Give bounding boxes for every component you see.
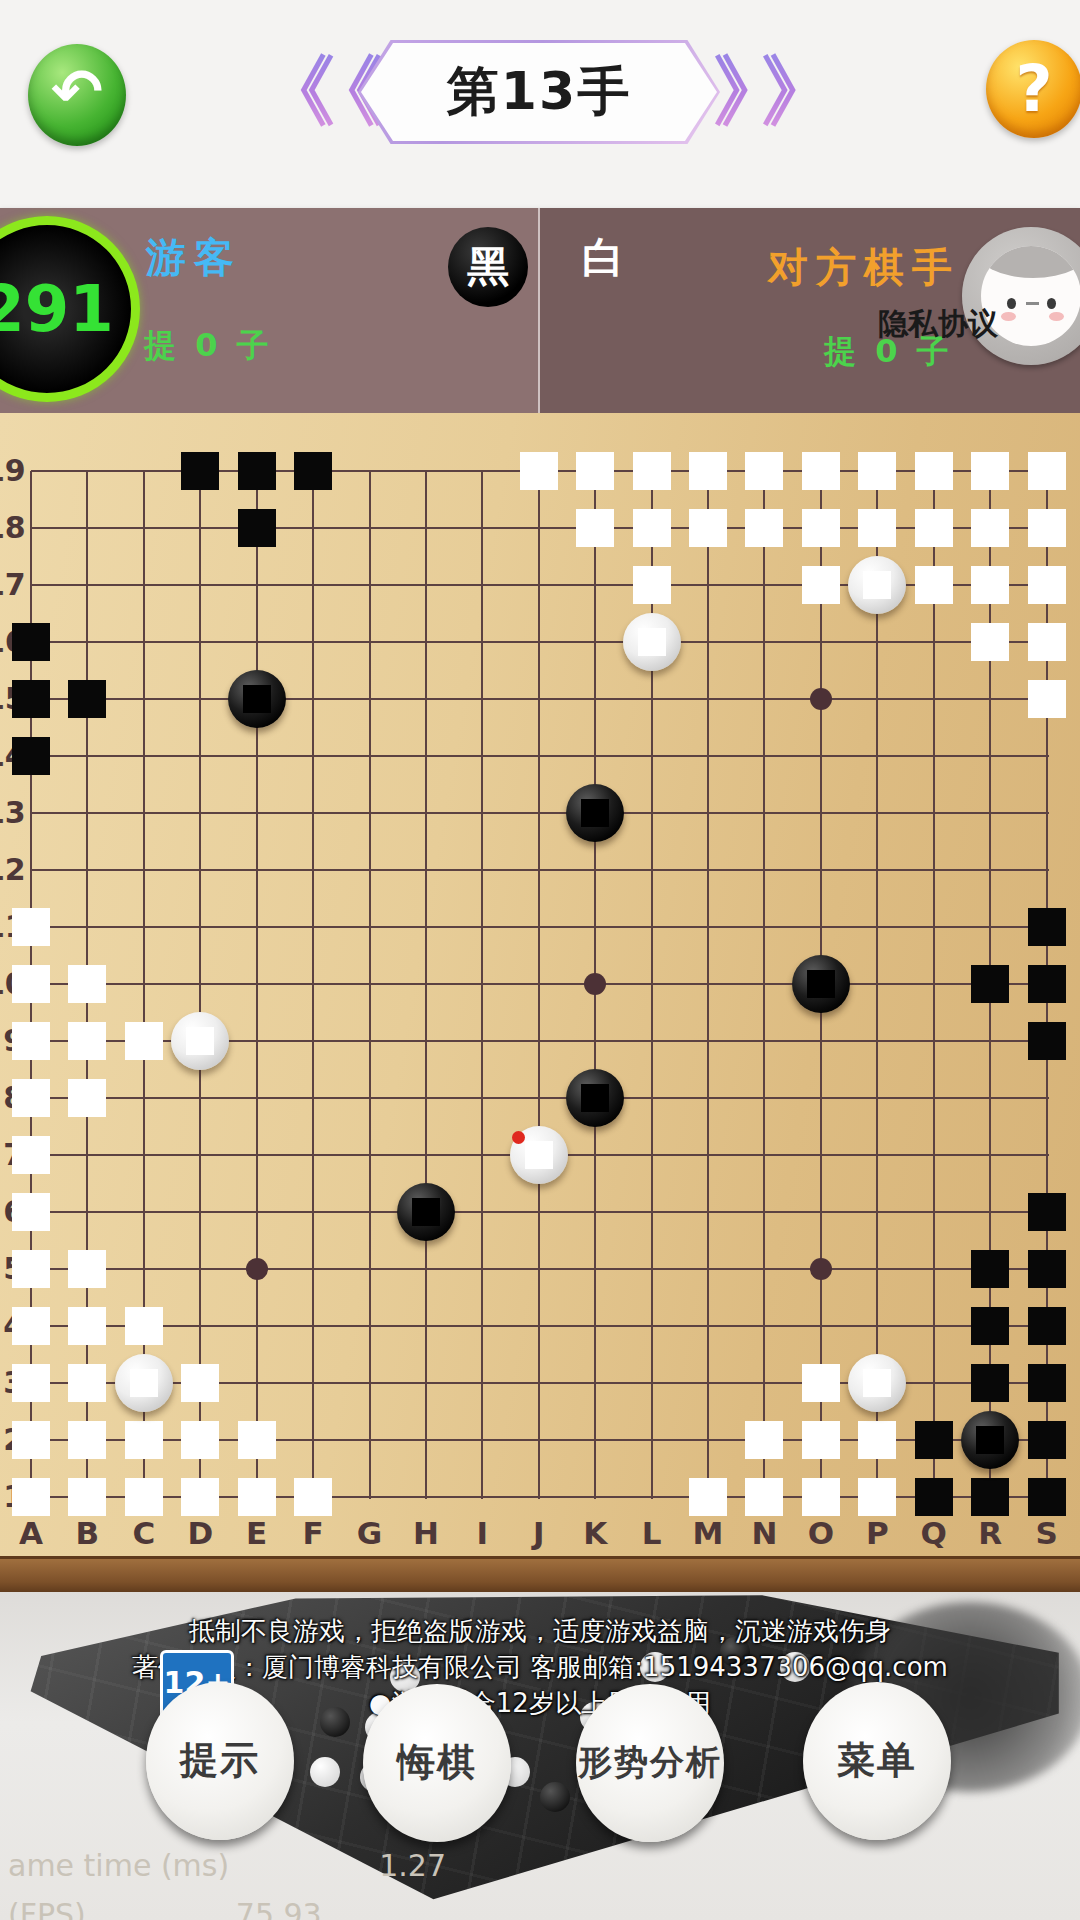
territory-mark-white (68, 1307, 106, 1345)
territory-mark-white (68, 1079, 106, 1117)
grid-line-vertical (707, 471, 709, 1499)
grid-line-horizontal (31, 812, 1049, 814)
column-coordinate-label: A (11, 1515, 51, 1551)
decorative-stone (540, 1782, 570, 1812)
last-move-marker (512, 1131, 525, 1144)
ownership-inset (525, 1141, 553, 1169)
star-point (584, 973, 606, 995)
black-badge-label: 黑 (467, 239, 509, 295)
territory-mark-white (915, 566, 953, 604)
grid-line-vertical (538, 471, 540, 1499)
territory-mark-white (1028, 452, 1066, 490)
territory-mark-white (971, 623, 1009, 661)
territory-mark-white (858, 1421, 896, 1459)
go-board[interactable]: 19181716151413121110987654321ABCDEFGHIJK… (0, 413, 1080, 1556)
territory-mark-white (1028, 623, 1066, 661)
territory-mark-white (12, 1364, 50, 1402)
territory-mark-black (915, 1421, 953, 1459)
debug-overlay: ame time (ms) 1.27 (FPS) 75.93 (8, 1848, 446, 1920)
avatar-eye (1007, 298, 1016, 309)
grid-line-vertical (256, 471, 258, 1499)
column-coordinate-label: M (688, 1515, 728, 1551)
row-coordinate-label: 13 (0, 798, 24, 828)
ownership-inset (581, 1084, 609, 1112)
star-point (810, 1258, 832, 1280)
hint-button[interactable]: 提示 (146, 1682, 294, 1840)
territory-mark-white (802, 452, 840, 490)
debug-value: 75.93 (236, 1897, 322, 1920)
title-plaque: 第13手 (358, 40, 720, 144)
column-coordinate-label: Q (914, 1515, 954, 1551)
help-button[interactable]: ? (986, 40, 1080, 138)
undo-button[interactable]: 悔棋 (363, 1684, 511, 1842)
column-coordinate-label: C (124, 1515, 164, 1551)
ownership-inset (807, 970, 835, 998)
grid-line-horizontal (31, 698, 1049, 700)
debug-label: (FPS) (8, 1897, 86, 1920)
territory-mark-white (802, 1364, 840, 1402)
territory-mark-black (915, 1478, 953, 1516)
ownership-inset (186, 1027, 214, 1055)
territory-mark-white (68, 965, 106, 1003)
page-title: 第13手 (447, 57, 631, 127)
territory-mark-white (576, 509, 614, 547)
ownership-inset (863, 1369, 891, 1397)
territory-mark-white (68, 1421, 106, 1459)
territory-mark-white (294, 1478, 332, 1516)
stone-white-L16 (623, 613, 681, 671)
column-coordinate-label: B (67, 1515, 107, 1551)
territory-mark-white (181, 1364, 219, 1402)
grid-line-horizontal (31, 1211, 1049, 1213)
territory-mark-white (68, 1022, 106, 1060)
stone-black-O10 (792, 955, 850, 1013)
stone-black-H6 (397, 1183, 455, 1241)
territory-mark-white (125, 1307, 163, 1345)
territory-mark-white (633, 566, 671, 604)
row-coordinate-label: 19 (0, 456, 24, 486)
territory-mark-black (1028, 1022, 1066, 1060)
territory-mark-white (1028, 566, 1066, 604)
grid-line-vertical (763, 471, 765, 1499)
territory-mark-white (858, 452, 896, 490)
menu-button-label: 菜单 (837, 1740, 917, 1782)
black-player-name: 游客 (146, 230, 242, 285)
territory-mark-white (12, 1136, 50, 1174)
territory-mark-white (971, 566, 1009, 604)
privacy-agreement-link[interactable]: 隐私协议 (878, 304, 998, 345)
grid-line-vertical (312, 471, 314, 1499)
territory-mark-white (633, 452, 671, 490)
header-bar: ↶ 《《 第13手 》》 ? (0, 0, 1080, 208)
hint-button-label: 提示 (180, 1740, 260, 1782)
title-plaque-face: 第13手 (361, 43, 717, 141)
territory-mark-white (12, 908, 50, 946)
table-edge (0, 1556, 1080, 1592)
territory-mark-white (12, 1079, 50, 1117)
avatar-mouth (1026, 302, 1039, 305)
black-timer: 291 (0, 216, 140, 402)
ownership-inset (130, 1369, 158, 1397)
territory-mark-white (12, 965, 50, 1003)
column-coordinate-label: J (519, 1515, 559, 1551)
column-coordinate-label: K (575, 1515, 615, 1551)
column-coordinate-label: D (180, 1515, 220, 1551)
territory-mark-white (858, 1478, 896, 1516)
debug-value: 1.27 (379, 1848, 446, 1883)
territory-mark-white (12, 1478, 50, 1516)
row-coordinate-label: 18 (0, 513, 24, 543)
white-color-label: 白 (582, 230, 624, 286)
territory-mark-white (745, 1478, 783, 1516)
stone-white-D9 (171, 1012, 229, 1070)
row-coordinate-label: 17 (0, 570, 24, 600)
undo-button-label: 悔棋 (397, 1742, 477, 1784)
question-mark-icon: ? (1015, 52, 1052, 126)
black-player-panel: 291 游客 提 0 子 黑 (0, 208, 540, 413)
decorative-stone (310, 1757, 340, 1787)
column-coordinate-label: R (970, 1515, 1010, 1551)
territory-mark-white (1028, 680, 1066, 718)
territory-mark-white (520, 452, 558, 490)
territory-mark-black (971, 965, 1009, 1003)
territory-mark-white (238, 1421, 276, 1459)
territory-mark-black (1028, 1421, 1066, 1459)
territory-mark-white (689, 1478, 727, 1516)
territory-mark-white (12, 1250, 50, 1288)
ownership-inset (243, 685, 271, 713)
avatar-eye (1047, 298, 1056, 309)
column-coordinate-label: S (1027, 1515, 1067, 1551)
ownership-inset (638, 628, 666, 656)
territory-mark-black (971, 1478, 1009, 1516)
column-coordinate-label: I (462, 1515, 502, 1551)
territory-mark-white (802, 509, 840, 547)
avatar-hood (981, 246, 1080, 278)
territory-mark-white (858, 509, 896, 547)
grid-line-vertical (369, 471, 371, 1499)
grid-line-vertical (933, 471, 935, 1499)
stone-white-C3 (115, 1354, 173, 1412)
stone-white-J7 (510, 1126, 568, 1184)
title-right-chevrons-icon: 》》 (712, 40, 838, 145)
territory-mark-black (1028, 1193, 1066, 1231)
row-coordinate-label: 12 (0, 855, 24, 885)
column-coordinate-label: H (406, 1515, 446, 1551)
territory-mark-white (915, 452, 953, 490)
grid-line-horizontal (31, 1268, 1049, 1270)
territory-mark-black (1028, 1478, 1066, 1516)
app-screen: ↶ 《《 第13手 》》 ? 291 游客 提 0 子 黑 白 对方 (0, 0, 1080, 1920)
territory-mark-black (181, 452, 219, 490)
territory-mark-black (12, 680, 50, 718)
grid-line-horizontal (31, 869, 1049, 871)
territory-mark-white (971, 509, 1009, 547)
stone-white-P3 (848, 1354, 906, 1412)
back-arrow-icon: ↶ (51, 55, 103, 128)
territory-mark-white (12, 1022, 50, 1060)
analysis-button[interactable]: 形势分析 (576, 1684, 724, 1842)
territory-mark-white (1028, 509, 1066, 547)
avatar-blush (1001, 312, 1016, 321)
territory-mark-white (802, 1478, 840, 1516)
avatar-blush (1049, 312, 1064, 321)
grid-line-horizontal (31, 983, 1049, 985)
grid-line-horizontal (31, 641, 1049, 643)
territory-mark-black (1028, 1364, 1066, 1402)
territory-mark-black (68, 680, 106, 718)
territory-mark-white (68, 1478, 106, 1516)
grid-line-vertical (199, 471, 201, 1499)
stone-white-P17 (848, 556, 906, 614)
grid-line-vertical (425, 471, 427, 1499)
territory-mark-white (915, 509, 953, 547)
territory-mark-black (971, 1250, 1009, 1288)
grid-line-vertical (481, 471, 483, 1499)
territory-mark-black (1028, 908, 1066, 946)
grid-line-horizontal (31, 926, 1049, 928)
territory-mark-white (238, 1478, 276, 1516)
territory-mark-white (576, 452, 614, 490)
column-coordinate-label: F (293, 1515, 333, 1551)
territory-mark-white (689, 509, 727, 547)
black-timer-value: 291 (0, 272, 114, 346)
grid-line-vertical (876, 471, 878, 1499)
territory-mark-white (125, 1421, 163, 1459)
territory-mark-white (12, 1421, 50, 1459)
stone-black-K13 (566, 784, 624, 842)
territory-mark-white (12, 1193, 50, 1231)
players-bar: 291 游客 提 0 子 黑 白 对方棋手 隐私协议 提 0 子 (0, 208, 1080, 413)
ownership-inset (976, 1426, 1004, 1454)
territory-mark-white (181, 1421, 219, 1459)
column-coordinate-label: E (237, 1515, 277, 1551)
column-coordinate-label: L (632, 1515, 672, 1551)
territory-mark-white (689, 452, 727, 490)
territory-mark-white (68, 1250, 106, 1288)
disclaimer-line: 抵制不良游戏，拒绝盗版游戏，适度游戏益脑，沉迷游戏伤身 (0, 1614, 1080, 1649)
column-coordinate-label: P (857, 1515, 897, 1551)
territory-mark-black (1028, 965, 1066, 1003)
analysis-button-label: 形势分析 (578, 1744, 722, 1781)
bottom-tray: 12+ 适龄提示 抵制不良游戏，拒绝盗版游戏，适度游戏益脑，沉迷游戏伤身 著作权… (0, 1592, 1080, 1920)
grid-line-horizontal (31, 755, 1049, 757)
territory-mark-white (181, 1478, 219, 1516)
black-captures-count: 提 0 子 (144, 324, 273, 368)
territory-mark-black (12, 737, 50, 775)
white-player-name: 对方棋手 (768, 240, 960, 295)
ownership-inset (412, 1198, 440, 1226)
debug-label: ame time (ms) (8, 1848, 229, 1883)
territory-mark-white (68, 1364, 106, 1402)
territory-mark-black (12, 623, 50, 661)
column-coordinate-label: O (801, 1515, 841, 1551)
star-point (810, 688, 832, 710)
territory-mark-white (12, 1307, 50, 1345)
black-color-badge: 黑 (448, 227, 528, 307)
territory-mark-black (1028, 1307, 1066, 1345)
ownership-inset (581, 799, 609, 827)
white-player-panel: 白 对方棋手 隐私协议 提 0 子 (540, 208, 1080, 413)
column-coordinate-label: G (350, 1515, 390, 1551)
territory-mark-white (745, 452, 783, 490)
territory-mark-white (745, 1421, 783, 1459)
column-coordinate-label: N (744, 1515, 784, 1551)
territory-mark-white (971, 452, 1009, 490)
territory-mark-white (802, 1421, 840, 1459)
stone-black-E15 (228, 670, 286, 728)
stone-black-K8 (566, 1069, 624, 1127)
territory-mark-white (745, 509, 783, 547)
back-button[interactable]: ↶ (28, 44, 126, 146)
territory-mark-black (238, 509, 276, 547)
territory-mark-white (125, 1022, 163, 1060)
territory-mark-white (633, 509, 671, 547)
territory-mark-black (971, 1364, 1009, 1402)
grid-line-horizontal (31, 1097, 1049, 1099)
stone-black-R2 (961, 1411, 1019, 1469)
grid-line-horizontal (31, 1325, 1049, 1327)
territory-mark-white (802, 566, 840, 604)
star-point (246, 1258, 268, 1280)
menu-button[interactable]: 菜单 (803, 1682, 951, 1840)
territory-mark-black (294, 452, 332, 490)
territory-mark-black (971, 1307, 1009, 1345)
territory-mark-black (1028, 1250, 1066, 1288)
ownership-inset (863, 571, 891, 599)
territory-mark-white (125, 1478, 163, 1516)
territory-mark-black (238, 452, 276, 490)
